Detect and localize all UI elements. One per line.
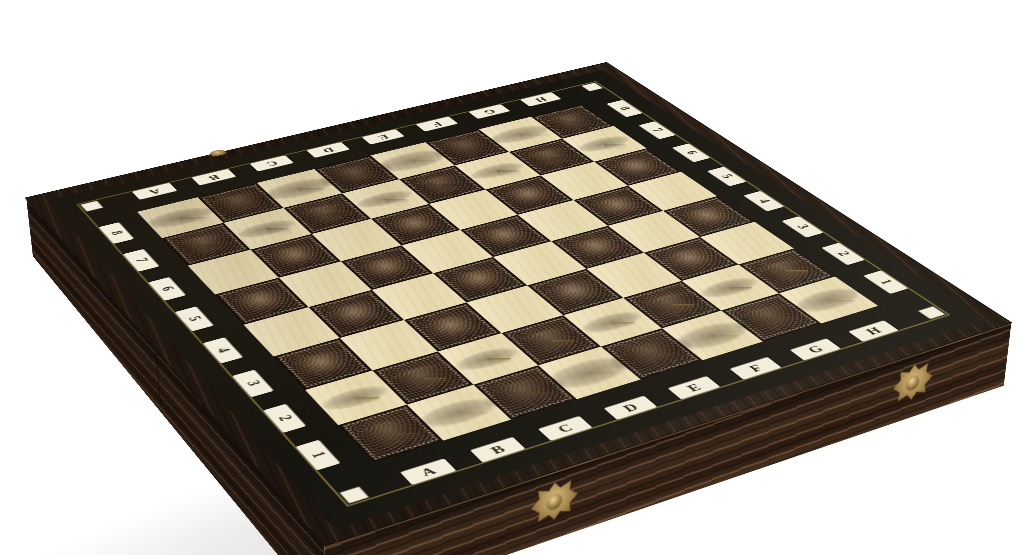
file-label-c-far-text: C (264, 159, 280, 167)
scene: AABBCCDDEEFFGGHH1122334455667788 ♜♞♝♚♛♝♞… (0, 0, 1024, 555)
file-label-h-far-text: H (532, 96, 548, 103)
brass-clasp-icon (531, 475, 578, 528)
piece-white-rook-a1[interactable]: ♜ (344, 305, 437, 437)
rank-label-6-right-text: 6 (683, 150, 699, 156)
file-label-e-far-text: E (376, 133, 391, 140)
file-label-f-far-text: F (430, 120, 444, 127)
file-label-d-far-text: D (320, 146, 336, 154)
fold-seam (156, 351, 162, 414)
rank-label-7-right-text: 7 (649, 127, 665, 133)
rank-label-8-right-text: 8 (617, 106, 632, 111)
rank-label-8-left-text: 8 (107, 230, 125, 237)
photo-frame: AABBCCDDEEFFGGHH1122334455667788 ♜♞♝♚♛♝♞… (0, 0, 1024, 555)
file-label-a-far-text: A (147, 187, 163, 195)
file-label-g-far-text: G (481, 108, 497, 115)
file-label-b-far-text: B (206, 173, 221, 181)
chess-box: AABBCCDDEEFFGGHH1122334455667788 ♜♞♝♚♛♝♞… (26, 62, 1011, 546)
brass-clasp-icon (892, 358, 935, 406)
